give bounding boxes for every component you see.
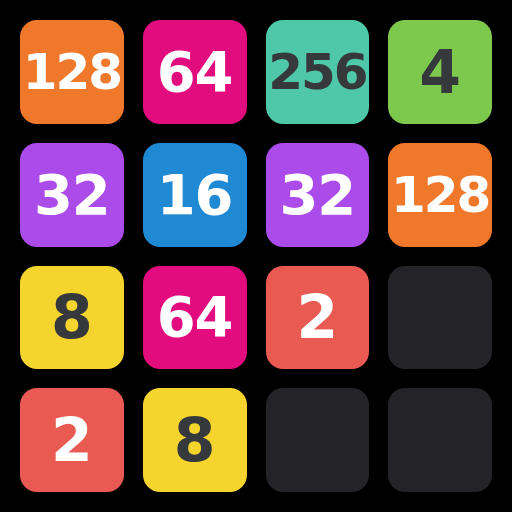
tile-8[interactable]: 8 (20, 266, 124, 370)
tile-16[interactable]: 16 (143, 143, 247, 247)
empty-cell (266, 388, 370, 492)
tile-2[interactable]: 2 (20, 388, 124, 492)
tile-8[interactable]: 8 (143, 388, 247, 492)
tile-256[interactable]: 256 (266, 20, 370, 124)
empty-cell (388, 266, 492, 370)
game-board-4x4[interactable]: 128642564321632128864228 (0, 0, 512, 512)
tile-4[interactable]: 4 (388, 20, 492, 124)
tile-32[interactable]: 32 (266, 143, 370, 247)
tile-32[interactable]: 32 (20, 143, 124, 247)
tile-2[interactable]: 2 (266, 266, 370, 370)
tile-128[interactable]: 128 (388, 143, 492, 247)
tile-128[interactable]: 128 (20, 20, 124, 124)
tile-64[interactable]: 64 (143, 266, 247, 370)
tile-64[interactable]: 64 (143, 20, 247, 124)
empty-cell (388, 388, 492, 492)
